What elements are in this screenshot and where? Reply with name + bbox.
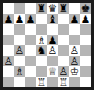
square-c3[interactable] (25, 56, 36, 67)
square-b8[interactable] (14, 3, 25, 14)
square-d5[interactable]: ♗ (36, 35, 47, 46)
square-a1[interactable] (3, 77, 14, 88)
square-d7[interactable] (36, 14, 47, 25)
square-b7[interactable]: ♟ (14, 14, 25, 25)
square-d1[interactable]: ♖ (36, 77, 47, 88)
square-a5[interactable] (3, 35, 14, 46)
square-h8[interactable]: ♚ (80, 3, 91, 14)
black-pawn: ♟ (48, 35, 57, 46)
square-b2[interactable]: ♗ (14, 66, 25, 77)
square-c8[interactable] (25, 3, 36, 14)
black-rook: ♜ (59, 3, 68, 14)
square-e8[interactable]: ♛ (47, 3, 58, 14)
square-b3[interactable] (14, 56, 25, 67)
square-f6[interactable] (58, 24, 69, 35)
square-h7[interactable]: ♟ (80, 14, 91, 25)
square-d6[interactable] (36, 24, 47, 35)
square-b1[interactable] (14, 77, 25, 88)
white-pawn: ♙ (70, 45, 79, 56)
square-c2[interactable] (25, 66, 36, 77)
square-d3[interactable] (36, 56, 47, 67)
square-c5[interactable] (25, 35, 36, 46)
square-b6[interactable] (14, 24, 25, 35)
square-a8[interactable] (3, 3, 14, 14)
white-pawn: ♙ (70, 56, 79, 67)
square-e2[interactable]: ♕ (47, 66, 58, 77)
square-g4[interactable]: ♙ (69, 45, 80, 56)
black-queen: ♛ (48, 3, 57, 14)
square-g6[interactable] (69, 24, 80, 35)
black-pawn: ♟ (70, 14, 79, 25)
chess-board-frame: ♜♛♜♚♟♟♟♝♟♟♗♟♙♞♙♙♙♙♗♕♙♔♖♖ (0, 0, 94, 90)
square-e7[interactable]: ♝ (47, 14, 58, 25)
white-bishop: ♗ (37, 35, 46, 46)
chess-board: ♜♛♜♚♟♟♟♝♟♟♗♟♙♞♙♙♙♙♗♕♙♔♖♖ (3, 3, 91, 87)
black-rook: ♜ (37, 3, 46, 14)
square-h3[interactable] (80, 56, 91, 67)
square-h5[interactable] (80, 35, 91, 46)
square-g8[interactable] (69, 3, 80, 14)
black-pawn: ♟ (4, 14, 13, 25)
square-g2[interactable]: ♔ (69, 66, 80, 77)
square-a7[interactable]: ♟ (3, 14, 14, 25)
square-g3[interactable]: ♙ (69, 56, 80, 67)
square-g7[interactable]: ♟ (69, 14, 80, 25)
square-d2[interactable] (36, 66, 47, 77)
square-f4[interactable] (58, 45, 69, 56)
square-b4[interactable]: ♙ (14, 45, 25, 56)
white-bishop: ♗ (15, 66, 24, 77)
square-c7[interactable]: ♟ (25, 14, 36, 25)
square-f1[interactable]: ♖ (58, 77, 69, 88)
square-e3[interactable] (47, 56, 58, 67)
square-f3[interactable] (58, 56, 69, 67)
white-queen: ♕ (48, 66, 57, 77)
square-d8[interactable]: ♜ (36, 3, 47, 14)
white-king: ♔ (70, 66, 79, 77)
square-h1[interactable] (80, 77, 91, 88)
black-king: ♚ (81, 3, 90, 14)
white-rook: ♖ (59, 77, 68, 88)
square-h6[interactable] (80, 24, 91, 35)
square-c4[interactable] (25, 45, 36, 56)
white-pawn: ♙ (48, 45, 57, 56)
square-h4[interactable] (80, 45, 91, 56)
black-bishop: ♝ (48, 14, 57, 25)
square-f5[interactable] (58, 35, 69, 46)
white-pawn: ♙ (15, 45, 24, 56)
square-h2[interactable] (80, 66, 91, 77)
black-pawn: ♟ (81, 14, 90, 25)
square-e1[interactable] (47, 77, 58, 88)
white-pawn: ♙ (4, 56, 13, 67)
square-g5[interactable] (69, 35, 80, 46)
white-rook: ♖ (37, 77, 46, 88)
square-f2[interactable]: ♙ (58, 66, 69, 77)
square-a4[interactable] (3, 45, 14, 56)
square-d4[interactable]: ♞ (36, 45, 47, 56)
square-f7[interactable] (58, 14, 69, 25)
square-f8[interactable]: ♜ (58, 3, 69, 14)
square-e5[interactable]: ♟ (47, 35, 58, 46)
square-e4[interactable]: ♙ (47, 45, 58, 56)
square-b5[interactable] (14, 35, 25, 46)
white-pawn: ♙ (59, 66, 68, 77)
black-pawn: ♟ (26, 14, 35, 25)
black-knight: ♞ (37, 45, 46, 56)
square-c1[interactable] (25, 77, 36, 88)
square-e6[interactable] (47, 24, 58, 35)
square-a2[interactable] (3, 66, 14, 77)
black-pawn: ♟ (15, 14, 24, 25)
square-g1[interactable] (69, 77, 80, 88)
square-a3[interactable]: ♙ (3, 56, 14, 67)
square-c6[interactable] (25, 24, 36, 35)
square-a6[interactable] (3, 24, 14, 35)
